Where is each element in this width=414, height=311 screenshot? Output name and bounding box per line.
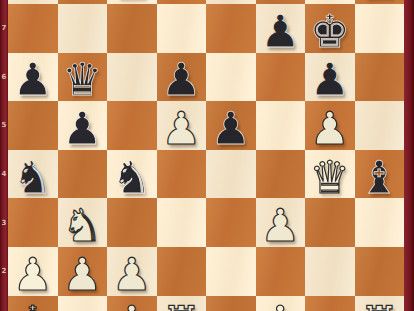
square-h7[interactable]	[355, 4, 405, 53]
square-a5[interactable]	[8, 101, 58, 150]
square-b4[interactable]	[58, 150, 108, 199]
square-b7[interactable]	[58, 4, 108, 53]
square-f1[interactable]: ♝	[256, 296, 306, 311]
square-a6[interactable]: ♟	[8, 53, 58, 102]
square-e4[interactable]	[206, 150, 256, 199]
black-pawn[interactable]: ♟	[161, 57, 201, 102]
black-queen[interactable]: ♛	[62, 57, 102, 102]
square-h4[interactable]: ♝	[355, 150, 405, 199]
square-e3[interactable]	[206, 198, 256, 247]
white-pawn[interactable]: ♟	[13, 252, 53, 297]
square-d6[interactable]: ♟	[157, 53, 207, 102]
white-bishop[interactable]: ♝	[112, 300, 152, 311]
square-d5[interactable]: ♟	[157, 101, 207, 150]
square-e5[interactable]: ♟	[206, 101, 256, 150]
square-h5[interactable]	[355, 101, 405, 150]
square-c7[interactable]	[107, 4, 157, 53]
square-b8[interactable]	[58, 0, 108, 4]
rank-label-6: 6	[0, 53, 8, 102]
rank-label-7: 7	[0, 4, 8, 53]
black-bishop[interactable]: ♝	[359, 155, 399, 200]
square-d4[interactable]	[157, 150, 207, 199]
square-b1[interactable]	[58, 296, 108, 311]
white-pawn[interactable]: ♟	[260, 203, 300, 248]
black-pawn[interactable]: ♟	[310, 57, 350, 102]
square-h6[interactable]	[355, 53, 405, 102]
white-queen[interactable]: ♛	[310, 155, 350, 200]
white-pawn[interactable]: ♟	[310, 106, 350, 151]
square-g4[interactable]: ♛	[305, 150, 355, 199]
white-pawn[interactable]: ♟	[161, 106, 201, 151]
square-c3[interactable]	[107, 198, 157, 247]
square-f3[interactable]: ♟	[256, 198, 306, 247]
rank-label-5: 5	[0, 101, 8, 150]
square-b6[interactable]: ♛	[58, 53, 108, 102]
square-c1[interactable]: ♝	[107, 296, 157, 311]
square-c6[interactable]	[107, 53, 157, 102]
black-pawn[interactable]: ♟	[211, 106, 251, 151]
square-g5[interactable]: ♟	[305, 101, 355, 150]
square-g2[interactable]	[305, 247, 355, 296]
square-a1[interactable]: ♚	[8, 296, 58, 311]
square-g6[interactable]: ♟	[305, 53, 355, 102]
square-d7[interactable]	[157, 4, 207, 53]
square-a7[interactable]	[8, 4, 58, 53]
black-pawn[interactable]: ♟	[62, 106, 102, 151]
board-right-border	[404, 0, 414, 311]
white-pawn[interactable]: ♟	[112, 252, 152, 297]
square-d2[interactable]	[157, 247, 207, 296]
square-e7[interactable]	[206, 4, 256, 53]
square-e2[interactable]	[206, 247, 256, 296]
rank-label-4: 4	[0, 150, 8, 199]
square-f8[interactable]	[256, 0, 306, 4]
square-f4[interactable]	[256, 150, 306, 199]
chess-board: ♜♜♟♚♟♛♟♟♟♟♟♟♞♞♛♝♞♟♟♟♟♚♝♜♝♜	[8, 0, 404, 311]
square-a3[interactable]	[8, 198, 58, 247]
black-knight[interactable]: ♞	[112, 155, 152, 200]
white-bishop[interactable]: ♝	[260, 300, 300, 311]
square-h1[interactable]: ♜	[355, 296, 405, 311]
square-d1[interactable]: ♜	[157, 296, 207, 311]
square-g7[interactable]: ♚	[305, 4, 355, 53]
square-f7[interactable]: ♟	[256, 4, 306, 53]
square-e1[interactable]	[206, 296, 256, 311]
white-knight[interactable]: ♞	[62, 203, 102, 248]
white-pawn[interactable]: ♟	[62, 252, 102, 297]
white-rook[interactable]: ♜	[161, 300, 201, 311]
square-c2[interactable]: ♟	[107, 247, 157, 296]
white-rook[interactable]: ♜	[359, 300, 399, 311]
square-b2[interactable]: ♟	[58, 247, 108, 296]
square-b5[interactable]: ♟	[58, 101, 108, 150]
square-e6[interactable]	[206, 53, 256, 102]
square-f6[interactable]	[256, 53, 306, 102]
chess-board-screenshot: ♜♜♟♚♟♛♟♟♟♟♟♟♞♞♛♝♞♟♟♟♟♚♝♜♝♜ 765432	[0, 0, 414, 311]
rank-label-2: 2	[0, 247, 8, 296]
square-a4[interactable]: ♞	[8, 150, 58, 199]
square-c4[interactable]: ♞	[107, 150, 157, 199]
square-c5[interactable]	[107, 101, 157, 150]
square-h3[interactable]	[355, 198, 405, 247]
black-pawn[interactable]: ♟	[13, 57, 53, 102]
square-g1[interactable]	[305, 296, 355, 311]
black-pawn[interactable]: ♟	[260, 9, 300, 54]
black-king[interactable]: ♚	[310, 9, 350, 54]
white-king[interactable]: ♚	[13, 300, 53, 311]
square-f5[interactable]	[256, 101, 306, 150]
square-b3[interactable]: ♞	[58, 198, 108, 247]
square-d3[interactable]	[157, 198, 207, 247]
rank-label-3: 3	[0, 198, 8, 247]
black-knight[interactable]: ♞	[13, 155, 53, 200]
square-a2[interactable]: ♟	[8, 247, 58, 296]
square-h2[interactable]	[355, 247, 405, 296]
square-f2[interactable]	[256, 247, 306, 296]
square-g3[interactable]	[305, 198, 355, 247]
